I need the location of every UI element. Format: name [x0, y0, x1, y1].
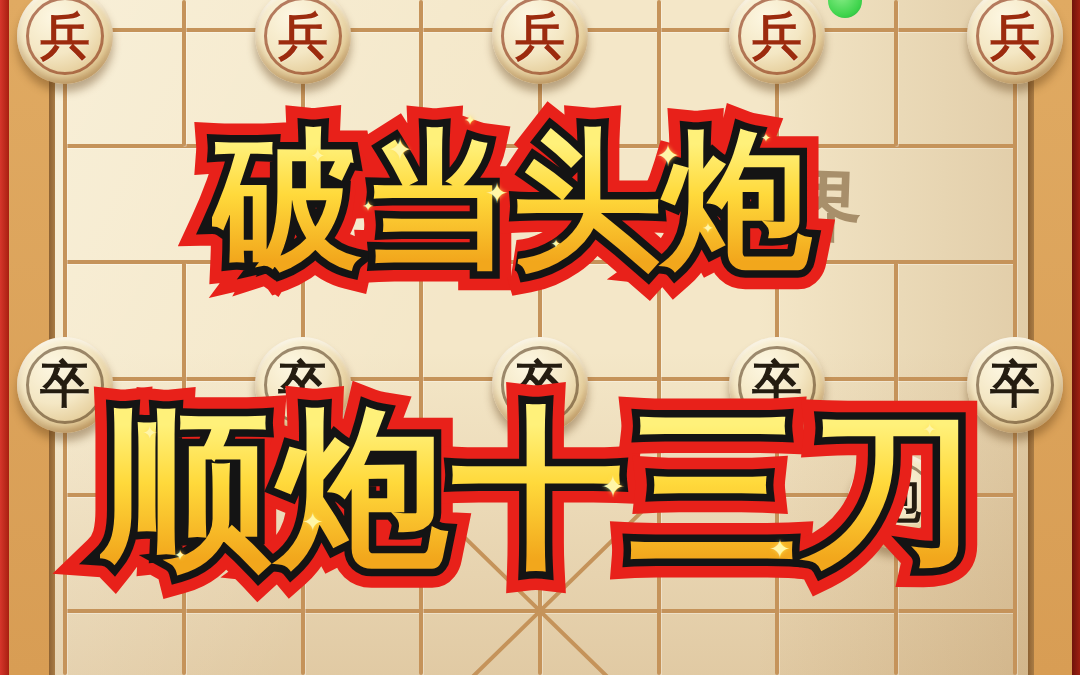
sparkle-icon: ✦ — [310, 147, 325, 165]
sparkle-icon: ✦ — [551, 238, 561, 250]
sparkle-icon: ✦ — [769, 536, 791, 562]
grid-line-file — [182, 0, 186, 146]
piece-character: 兵 — [492, 0, 588, 84]
sparkle-icon: ✦ — [923, 422, 936, 438]
sparkle-icon: ✦ — [761, 132, 771, 144]
sparkle-icon: ✦ — [362, 199, 374, 213]
sparkle-icon: ✦ — [702, 221, 714, 235]
piece-character: 兵 — [17, 0, 113, 84]
sparkle-icon: ✦ — [387, 135, 412, 165]
sparkle-icon: ✦ — [655, 141, 680, 171]
piece-red-soldier-1[interactable]: 兵 — [17, 0, 113, 84]
piece-character: 兵 — [255, 0, 351, 84]
sparkle-icon: ✦ — [485, 180, 508, 208]
sparkle-icon: ✦ — [174, 548, 186, 562]
sparkle-icon: ✦ — [600, 472, 625, 502]
video-frame: 界 破当头炮 破当头炮 破当头炮 顺炮十三刀 顺炮十三刀 顺炮十三刀 ✦✦✦✦✦… — [0, 0, 1080, 675]
piece-black-soldier-5[interactable]: 卒 — [967, 337, 1063, 433]
video-edge-strip-left — [0, 0, 9, 675]
caption-line-1-gold-fill: 破当头炮 — [212, 126, 812, 276]
piece-character: 卒 — [967, 337, 1063, 433]
sparkle-icon: ✦ — [464, 113, 476, 127]
piece-character: 兵 — [729, 0, 825, 84]
caption-line-2-gold-fill: 顺炮十三刀 — [100, 404, 980, 576]
piece-red-soldier-2[interactable]: 兵 — [255, 0, 351, 84]
sparkle-icon: ✦ — [302, 509, 324, 535]
piece-character: 卒 — [17, 337, 113, 433]
piece-red-soldier-5[interactable]: 兵 — [967, 0, 1063, 84]
piece-character: 兵 — [967, 0, 1063, 84]
sparkle-icon: ✦ — [142, 424, 157, 442]
piece-red-soldier-4[interactable]: 兵 — [729, 0, 825, 84]
video-edge-strip-right — [1072, 0, 1080, 675]
grid-line-file — [894, 0, 898, 146]
piece-red-soldier-3[interactable]: 兵 — [492, 0, 588, 84]
piece-black-soldier-1[interactable]: 卒 — [17, 337, 113, 433]
